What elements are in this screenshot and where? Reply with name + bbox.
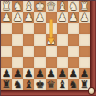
square-e7[interactable]: ♟ [34,68,45,79]
piece-bP-c7: ♟ [57,68,66,79]
square-d4[interactable]: ♟ [46,34,57,45]
square-b1[interactable]: ♞ [68,1,79,12]
square-b5[interactable] [68,46,79,57]
piece-bN-g8: ♞ [13,79,22,90]
square-e3[interactable] [34,23,45,34]
square-d8[interactable]: ♛ [46,79,57,90]
square-g5[interactable] [12,46,23,57]
piece-wP-f2: ♟ [24,12,33,23]
square-c2[interactable]: ♟ [57,12,68,23]
piece-wR-h1: ♜ [2,1,11,12]
piece-wP-c2: ♟ [57,12,66,23]
square-g7[interactable]: ♟ [12,68,23,79]
square-c8[interactable]: ♝ [57,79,68,90]
piece-wR-a1: ♜ [80,1,89,12]
piece-bP-b7: ♟ [69,68,78,79]
square-c4[interactable] [57,34,68,45]
piece-wP-a2: ♟ [80,12,89,23]
square-a7[interactable]: ♟ [79,68,90,79]
square-b3[interactable] [68,23,79,34]
square-b8[interactable]: ♞ [68,79,79,90]
square-h2[interactable]: ♟ [1,12,12,23]
square-f5[interactable] [23,46,34,57]
square-a5[interactable] [79,46,90,57]
square-f2[interactable]: ♟ [23,12,34,23]
piece-bQ-d8: ♛ [46,79,55,90]
square-a6[interactable] [79,57,90,68]
piece-wN-b1: ♞ [69,1,78,12]
square-h6[interactable] [1,57,12,68]
square-g3[interactable] [12,23,23,34]
square-e1[interactable]: ♚ [34,1,45,12]
square-f4[interactable] [23,34,34,45]
square-c5[interactable] [57,46,68,57]
board-edge-left [0,0,1,96]
piece-wP-h2: ♟ [2,12,11,23]
square-g8[interactable]: ♞ [12,79,23,90]
square-b7[interactable]: ♟ [68,68,79,79]
piece-bP-a7: ♟ [80,68,89,79]
square-c7[interactable]: ♟ [57,68,68,79]
square-a4[interactable] [79,34,90,45]
square-h8[interactable]: ♜ [1,79,12,90]
square-h3[interactable] [1,23,12,34]
piece-bB-c8: ♝ [57,79,66,90]
piece-bP-e7: ♟ [35,68,44,79]
square-h4[interactable] [1,34,12,45]
square-h1[interactable]: ♜ [1,1,12,12]
piece-wB-f1: ♝ [24,1,33,12]
square-e8[interactable]: ♚ [34,79,45,90]
board-frame-bottom [0,90,96,96]
square-f3[interactable] [23,23,34,34]
square-d3[interactable] [46,23,57,34]
square-a1[interactable]: ♜ [79,1,90,12]
chess-board: ♜♞♝♚♛♝♞♜♟♟♟♟♟♟♟♟♟♟♟♟♟♟♟♟♜♞♝♚♛♝♞♜ [1,1,90,90]
square-d6[interactable] [46,57,57,68]
piece-bP-g7: ♟ [13,68,22,79]
square-g2[interactable]: ♟ [12,12,23,23]
piece-bB-f8: ♝ [24,79,33,90]
chess-app: ♜♞♝♚♛♝♞♜♟♟♟♟♟♟♟♟♟♟♟♟♟♟♟♟♜♞♝♚♛♝♞♜ [0,0,96,96]
square-f7[interactable]: ♟ [23,68,34,79]
frame-corner-knob [88,87,95,95]
square-a3[interactable] [79,23,90,34]
square-b6[interactable] [68,57,79,68]
piece-bN-b8: ♞ [69,79,78,90]
square-d5[interactable] [46,46,57,57]
piece-wP-b2: ♟ [69,12,78,23]
square-e4[interactable] [34,34,45,45]
square-h5[interactable] [1,46,12,57]
square-c3[interactable] [57,23,68,34]
piece-wP-d4: ♟ [46,35,55,46]
square-h7[interactable]: ♟ [1,68,12,79]
square-d1[interactable]: ♛ [46,1,57,12]
square-d2[interactable] [46,12,57,23]
square-e6[interactable] [34,57,45,68]
piece-bP-d7: ♟ [46,68,55,79]
square-c6[interactable] [57,57,68,68]
board-edge-top [0,0,96,1]
square-g6[interactable] [12,57,23,68]
square-f8[interactable]: ♝ [23,79,34,90]
square-e2[interactable]: ♟ [34,12,45,23]
piece-wP-e2: ♟ [35,12,44,23]
piece-bR-h8: ♜ [2,79,11,90]
piece-bK-e8: ♚ [35,79,44,90]
square-d7[interactable]: ♟ [46,68,57,79]
piece-bP-h7: ♟ [2,68,11,79]
piece-wK-e1: ♚ [35,1,44,12]
board-frame-right [90,0,96,96]
square-b2[interactable]: ♟ [68,12,79,23]
square-e5[interactable] [34,46,45,57]
piece-wQ-d1: ♛ [46,1,55,12]
square-b4[interactable] [68,34,79,45]
square-c1[interactable]: ♝ [57,1,68,12]
piece-bP-f7: ♟ [24,68,33,79]
square-g4[interactable] [12,34,23,45]
square-a2[interactable]: ♟ [79,12,90,23]
piece-wB-c1: ♝ [57,1,66,12]
square-f6[interactable] [23,57,34,68]
square-g1[interactable]: ♞ [12,1,23,12]
piece-wN-g1: ♞ [13,1,22,12]
square-f1[interactable]: ♝ [23,1,34,12]
piece-wP-g2: ♟ [13,12,22,23]
